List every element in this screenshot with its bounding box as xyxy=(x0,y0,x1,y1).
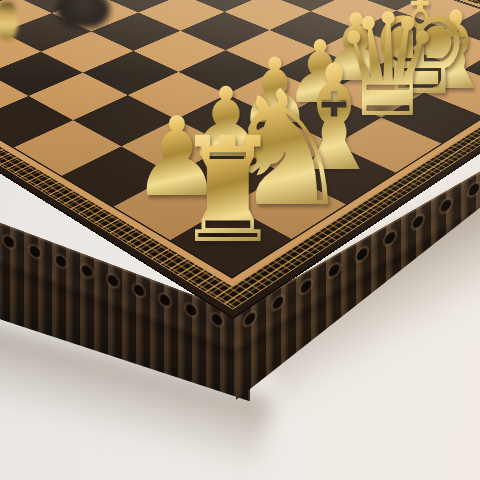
scene: ♟♟♟♟♟♜♞♝♛♚♝ xyxy=(0,0,480,480)
distant-gold-piece xyxy=(0,2,18,40)
distant-dark-piece xyxy=(56,0,110,28)
